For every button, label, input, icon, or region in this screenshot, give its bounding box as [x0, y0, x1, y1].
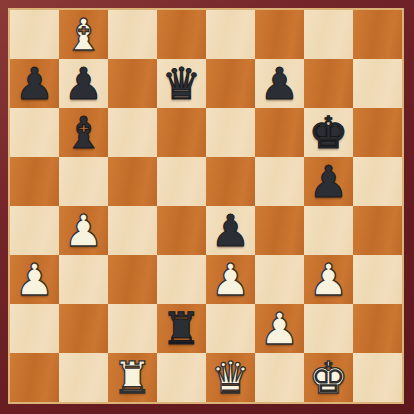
square-d4[interactable] [157, 206, 206, 255]
piece-white-king-g1: ♚ [309, 353, 348, 402]
piece-black-pawn-g5: ♟ [309, 157, 348, 206]
square-d2[interactable]: ♜ [157, 304, 206, 353]
square-h7[interactable] [353, 59, 402, 108]
square-b4[interactable]: ♟ [59, 206, 108, 255]
square-d6[interactable] [157, 108, 206, 157]
square-f2[interactable]: ♟ [255, 304, 304, 353]
chess-board: ♝♟♟♛♟♝♚♟♟♟♟♟♟♜♟♜♛♚ [10, 10, 402, 402]
square-g6[interactable]: ♚ [304, 108, 353, 157]
square-g8[interactable] [304, 10, 353, 59]
square-h8[interactable] [353, 10, 402, 59]
piece-white-pawn-f2: ♟ [260, 304, 299, 353]
square-e4[interactable]: ♟ [206, 206, 255, 255]
piece-white-pawn-b4: ♟ [64, 206, 103, 255]
board-frame: ♝♟♟♛♟♝♚♟♟♟♟♟♟♜♟♜♛♚ [0, 0, 414, 414]
square-g7[interactable] [304, 59, 353, 108]
square-a4[interactable] [10, 206, 59, 255]
square-d7[interactable]: ♛ [157, 59, 206, 108]
square-a6[interactable] [10, 108, 59, 157]
square-e5[interactable] [206, 157, 255, 206]
square-c4[interactable] [108, 206, 157, 255]
square-c1[interactable]: ♜ [108, 353, 157, 402]
piece-black-pawn-f7: ♟ [260, 59, 299, 108]
square-e8[interactable] [206, 10, 255, 59]
square-e7[interactable] [206, 59, 255, 108]
square-h3[interactable] [353, 255, 402, 304]
square-c7[interactable] [108, 59, 157, 108]
square-f4[interactable] [255, 206, 304, 255]
square-f6[interactable] [255, 108, 304, 157]
square-b1[interactable] [59, 353, 108, 402]
square-a2[interactable] [10, 304, 59, 353]
square-b2[interactable] [59, 304, 108, 353]
square-d8[interactable] [157, 10, 206, 59]
square-e2[interactable] [206, 304, 255, 353]
square-g4[interactable] [304, 206, 353, 255]
piece-white-bishop-b8: ♝ [64, 10, 103, 59]
square-c6[interactable] [108, 108, 157, 157]
square-c2[interactable] [108, 304, 157, 353]
square-d1[interactable] [157, 353, 206, 402]
square-c3[interactable] [108, 255, 157, 304]
square-b7[interactable]: ♟ [59, 59, 108, 108]
square-b6[interactable]: ♝ [59, 108, 108, 157]
square-g2[interactable] [304, 304, 353, 353]
square-f5[interactable] [255, 157, 304, 206]
square-g5[interactable]: ♟ [304, 157, 353, 206]
piece-white-rook-c1: ♜ [113, 353, 152, 402]
square-c8[interactable] [108, 10, 157, 59]
square-e3[interactable]: ♟ [206, 255, 255, 304]
square-e1[interactable]: ♛ [206, 353, 255, 402]
piece-white-pawn-e3: ♟ [211, 255, 250, 304]
square-f8[interactable] [255, 10, 304, 59]
square-c5[interactable] [108, 157, 157, 206]
square-f3[interactable] [255, 255, 304, 304]
square-a5[interactable] [10, 157, 59, 206]
square-e6[interactable] [206, 108, 255, 157]
square-g3[interactable]: ♟ [304, 255, 353, 304]
piece-white-queen-e1: ♛ [211, 353, 250, 402]
piece-black-pawn-b7: ♟ [64, 59, 103, 108]
square-b8[interactable]: ♝ [59, 10, 108, 59]
piece-black-pawn-a7: ♟ [15, 59, 54, 108]
square-g1[interactable]: ♚ [304, 353, 353, 402]
piece-black-queen-d7: ♛ [162, 59, 201, 108]
square-h4[interactable] [353, 206, 402, 255]
square-h5[interactable] [353, 157, 402, 206]
square-a1[interactable] [10, 353, 59, 402]
square-a8[interactable] [10, 10, 59, 59]
square-d5[interactable] [157, 157, 206, 206]
piece-black-rook-d2: ♜ [162, 304, 201, 353]
square-b3[interactable] [59, 255, 108, 304]
square-f7[interactable]: ♟ [255, 59, 304, 108]
square-d3[interactable] [157, 255, 206, 304]
square-b5[interactable] [59, 157, 108, 206]
piece-white-pawn-a3: ♟ [15, 255, 54, 304]
piece-white-pawn-g3: ♟ [309, 255, 348, 304]
square-f1[interactable] [255, 353, 304, 402]
piece-black-pawn-e4: ♟ [211, 206, 250, 255]
piece-black-king-g6: ♚ [309, 108, 348, 157]
square-h2[interactable] [353, 304, 402, 353]
square-h6[interactable] [353, 108, 402, 157]
square-a7[interactable]: ♟ [10, 59, 59, 108]
piece-black-bishop-b6: ♝ [64, 108, 103, 157]
square-h1[interactable] [353, 353, 402, 402]
square-a3[interactable]: ♟ [10, 255, 59, 304]
